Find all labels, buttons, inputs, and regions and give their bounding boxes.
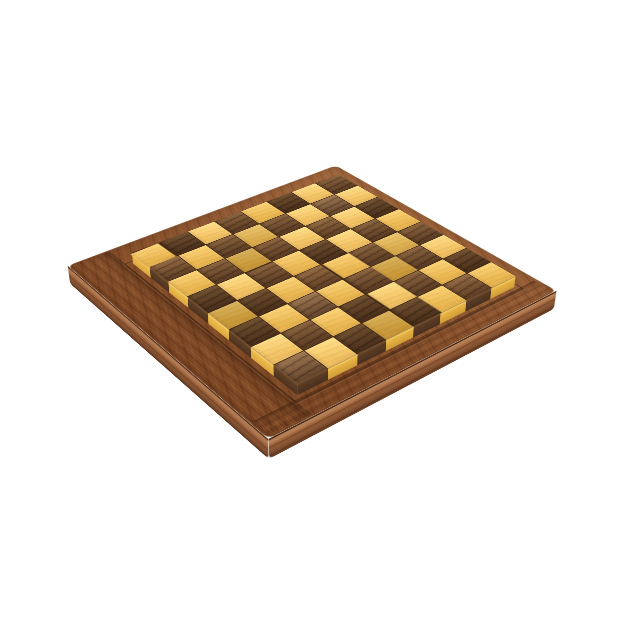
board-square xyxy=(259,304,309,333)
photo-canvas xyxy=(0,0,625,625)
board-square xyxy=(339,295,389,323)
board-square xyxy=(294,265,342,291)
board-square xyxy=(368,282,417,309)
board-square xyxy=(217,273,265,299)
board-square xyxy=(198,259,245,284)
board-square xyxy=(345,267,393,293)
board-square xyxy=(267,276,315,303)
board-square xyxy=(281,320,332,350)
board-square xyxy=(316,279,365,306)
board-square xyxy=(288,291,337,319)
board-square xyxy=(393,271,441,297)
board-square xyxy=(418,259,466,284)
chessboard xyxy=(68,165,557,439)
board-square xyxy=(311,307,361,336)
scene xyxy=(0,0,625,625)
board-square xyxy=(238,288,287,316)
board-square xyxy=(247,262,294,288)
